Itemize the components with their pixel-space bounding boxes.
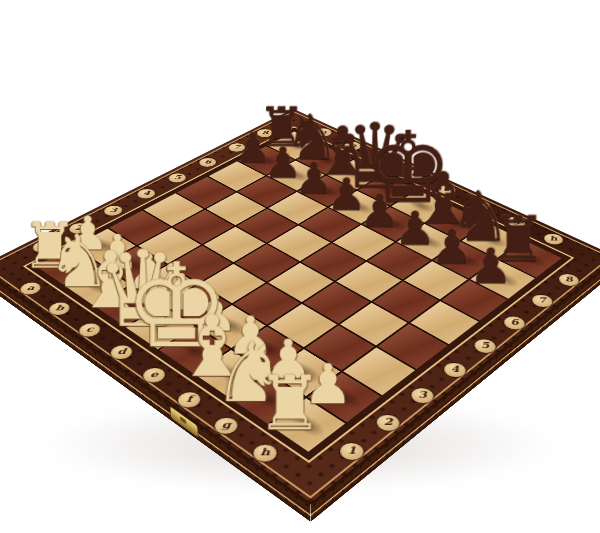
- rank-label-7: 7: [529, 294, 555, 308]
- chess-set-photo: ♜♞♝♛♚♝♞♜♟♟♟♟♟♟♟♟♟♟♟♟♟♟♟♟♜♞♝♛♚♝♞♜ aabbccd…: [0, 0, 600, 533]
- rank-label-2: 2: [375, 414, 402, 432]
- rank-label-6: 6: [198, 157, 218, 167]
- rank-label-3: 3: [409, 387, 435, 404]
- rank-label-1: 1: [338, 442, 365, 461]
- black-pawn-g7[interactable]: ♟: [430, 225, 472, 269]
- file-label-h: h: [252, 443, 278, 462]
- rank-label-5: 5: [472, 338, 498, 353]
- file-label-b: b: [47, 302, 73, 316]
- rank-label-8: 8: [556, 274, 581, 287]
- rank-label-4: 4: [441, 362, 467, 378]
- file-label-f: f: [176, 391, 202, 408]
- rank-label-6: 6: [501, 316, 527, 330]
- file-label-a: a: [18, 282, 44, 295]
- file-label-e: e: [142, 367, 168, 383]
- black-pawn-h7[interactable]: ♟: [468, 244, 511, 289]
- rank-label-5: 5: [167, 173, 188, 183]
- file-label-g: g: [213, 417, 239, 435]
- white-rook-h1[interactable]: ♜: [256, 369, 323, 438]
- rank-label-4: 4: [135, 189, 156, 199]
- black-pawn-f7[interactable]: ♟: [394, 207, 436, 250]
